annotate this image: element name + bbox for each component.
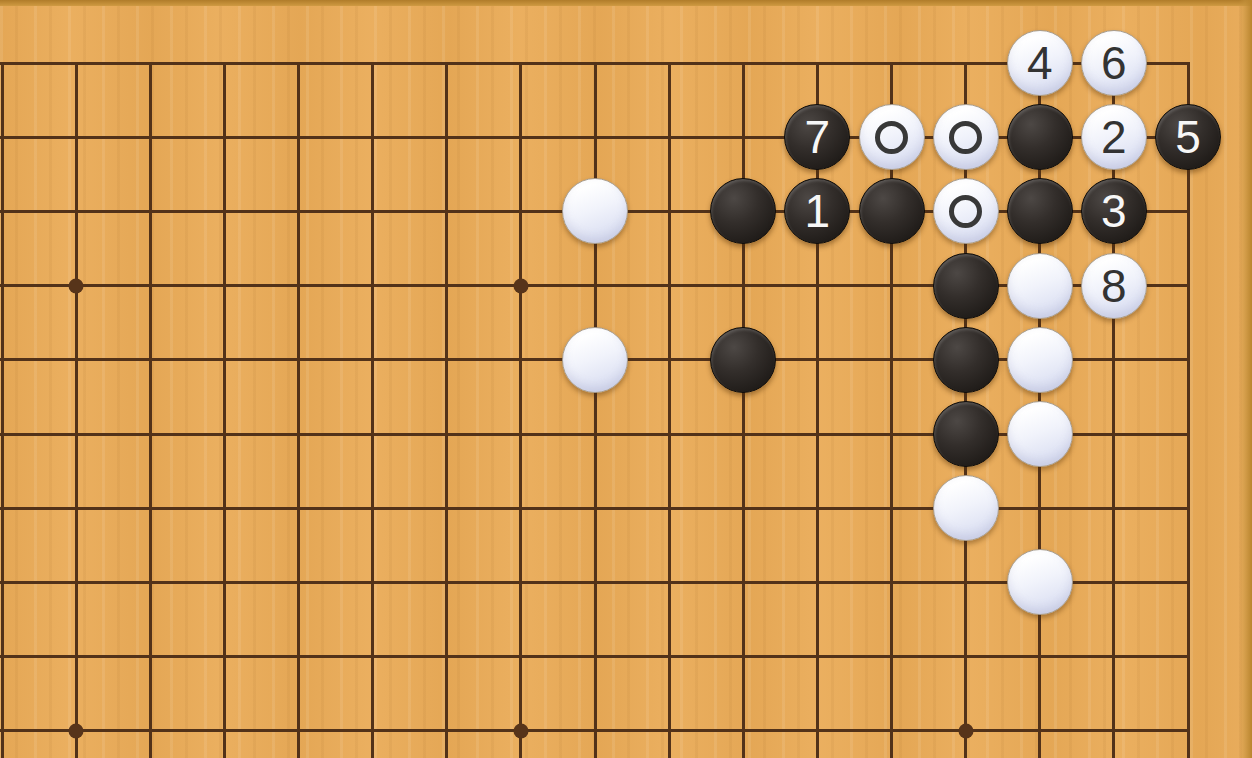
black-stone[interactable] xyxy=(1007,104,1073,170)
black-stone[interactable] xyxy=(710,178,776,244)
circle-mark-icon xyxy=(875,121,908,154)
star-point xyxy=(513,723,528,738)
white-stone[interactable] xyxy=(562,327,628,393)
white-stone[interactable] xyxy=(1007,549,1073,615)
grid-line-vertical xyxy=(371,62,374,758)
move-number-label: 3 xyxy=(1101,188,1127,234)
black-stone[interactable] xyxy=(933,327,999,393)
grid-line-vertical xyxy=(223,62,226,758)
grid-line-vertical xyxy=(594,62,597,758)
move-number-label: 5 xyxy=(1175,114,1201,160)
grid-line-vertical xyxy=(519,62,522,758)
black-stone[interactable] xyxy=(859,178,925,244)
white-stone[interactable] xyxy=(1007,401,1073,467)
grid-line-vertical xyxy=(149,62,152,758)
grid-line-vertical xyxy=(668,62,671,758)
grid-line-vertical xyxy=(742,62,745,758)
circle-mark-icon xyxy=(949,121,982,154)
grid-line-vertical xyxy=(297,62,300,758)
grid-line-vertical xyxy=(75,62,78,758)
black-stone[interactable] xyxy=(710,327,776,393)
black-stone[interactable]: 1 xyxy=(784,178,850,244)
white-stone[interactable] xyxy=(933,178,999,244)
board-top-rim xyxy=(0,0,1252,6)
move-number-label: 2 xyxy=(1101,114,1127,160)
white-stone[interactable]: 6 xyxy=(1081,30,1147,96)
star-point xyxy=(69,278,84,293)
white-stone[interactable] xyxy=(933,104,999,170)
white-stone[interactable] xyxy=(562,178,628,244)
black-stone[interactable] xyxy=(933,401,999,467)
move-number-label: 6 xyxy=(1101,40,1127,86)
move-number-label: 4 xyxy=(1027,40,1053,86)
black-stone[interactable] xyxy=(933,253,999,319)
black-stone[interactable] xyxy=(1007,178,1073,244)
black-stone[interactable]: 5 xyxy=(1155,104,1221,170)
white-stone[interactable] xyxy=(933,475,999,541)
circle-mark-icon xyxy=(949,195,982,228)
black-stone[interactable]: 3 xyxy=(1081,178,1147,244)
black-stone[interactable]: 7 xyxy=(784,104,850,170)
screenshot-root: 46725138 xyxy=(0,0,1252,758)
board-right-rim xyxy=(1239,0,1252,758)
white-stone[interactable]: 2 xyxy=(1081,104,1147,170)
move-number-label: 8 xyxy=(1101,263,1127,309)
grid-line-horizontal xyxy=(0,729,1190,732)
grid-line-horizontal xyxy=(0,655,1190,658)
white-stone[interactable] xyxy=(1007,253,1073,319)
white-stone[interactable]: 8 xyxy=(1081,253,1147,319)
star-point xyxy=(958,723,973,738)
move-number-label: 1 xyxy=(805,188,831,234)
grid-line-vertical xyxy=(445,62,448,758)
grid-line-vertical xyxy=(1,62,4,758)
white-stone[interactable] xyxy=(1007,327,1073,393)
white-stone[interactable]: 4 xyxy=(1007,30,1073,96)
go-board[interactable]: 46725138 xyxy=(0,0,1252,758)
move-number-label: 7 xyxy=(805,114,831,160)
white-stone[interactable] xyxy=(859,104,925,170)
star-point xyxy=(69,723,84,738)
star-point xyxy=(513,278,528,293)
grid-line-horizontal xyxy=(0,507,1190,510)
